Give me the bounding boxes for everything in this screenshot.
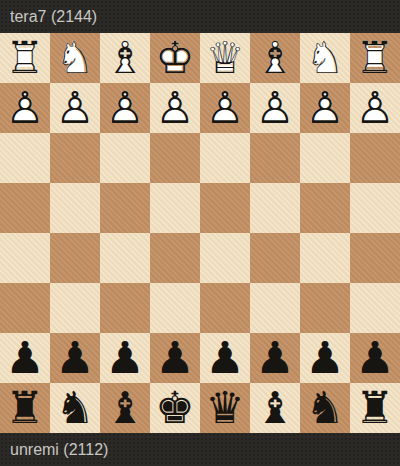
square-a1[interactable]: ♜♖ <box>350 33 400 83</box>
white-queen[interactable]: ♛♕ <box>200 33 250 83</box>
square-d4[interactable] <box>200 183 250 233</box>
top-player-bar: tera7 (2144) <box>0 0 400 33</box>
square-e6[interactable] <box>150 283 200 333</box>
piece-outline-glyph: ♙ <box>200 83 250 133</box>
square-e4[interactable] <box>150 183 200 233</box>
square-a8[interactable]: ♜ <box>350 383 400 433</box>
black-knight[interactable]: ♞ <box>50 383 100 433</box>
square-d8[interactable]: ♛ <box>200 383 250 433</box>
square-c6[interactable] <box>250 283 300 333</box>
square-c1[interactable]: ♝♗ <box>250 33 300 83</box>
square-f7[interactable]: ♟ <box>100 333 150 383</box>
piece-glyph: ♝ <box>250 383 300 433</box>
piece-outline-glyph: ♙ <box>150 83 200 133</box>
piece-glyph: ♞ <box>50 383 100 433</box>
square-h4[interactable] <box>0 183 50 233</box>
square-c8[interactable]: ♝ <box>250 383 300 433</box>
black-pawn[interactable]: ♟ <box>250 333 300 383</box>
piece-outline-glyph: ♙ <box>0 83 50 133</box>
white-knight[interactable]: ♞♘ <box>300 33 350 83</box>
piece-outline-glyph: ♗ <box>100 33 150 83</box>
piece-outline-glyph: ♗ <box>250 33 300 83</box>
piece-outline-glyph: ♙ <box>50 83 100 133</box>
square-e5[interactable] <box>150 233 200 283</box>
square-f8[interactable]: ♝ <box>100 383 150 433</box>
piece-glyph: ♜ <box>0 383 50 433</box>
white-rook[interactable]: ♜♖ <box>0 33 50 83</box>
square-f4[interactable] <box>100 183 150 233</box>
piece-outline-glyph: ♙ <box>300 83 350 133</box>
square-a3[interactable] <box>350 133 400 183</box>
square-b6[interactable] <box>300 283 350 333</box>
square-g6[interactable] <box>50 283 100 333</box>
piece-outline-glyph: ♖ <box>350 33 400 83</box>
square-c5[interactable] <box>250 233 300 283</box>
square-g4[interactable] <box>50 183 100 233</box>
white-bishop[interactable]: ♝♗ <box>250 33 300 83</box>
square-d5[interactable] <box>200 233 250 283</box>
square-e3[interactable] <box>150 133 200 183</box>
square-h1[interactable]: ♜♖ <box>0 33 50 83</box>
bottom-player-name: unremi (2112) <box>10 441 108 459</box>
piece-glyph: ♟ <box>300 333 350 383</box>
square-a5[interactable] <box>350 233 400 283</box>
square-b1[interactable]: ♞♘ <box>300 33 350 83</box>
square-a2[interactable]: ♟♙ <box>350 83 400 133</box>
piece-outline-glyph: ♔ <box>150 33 200 83</box>
piece-glyph: ♟ <box>150 333 200 383</box>
square-a7[interactable]: ♟ <box>350 333 400 383</box>
piece-glyph: ♟ <box>350 333 400 383</box>
white-pawn[interactable]: ♟♙ <box>50 83 100 133</box>
white-pawn[interactable]: ♟♙ <box>200 83 250 133</box>
square-b5[interactable] <box>300 233 350 283</box>
white-pawn[interactable]: ♟♙ <box>0 83 50 133</box>
chess-board[interactable]: ♜♖♞♘♝♗♚♔♛♕♝♗♞♘♜♖♟♙♟♙♟♙♟♙♟♙♟♙♟♙♟♙♟♟♟♟♟♟♟♟… <box>0 33 400 433</box>
square-h3[interactable] <box>0 133 50 183</box>
square-b3[interactable] <box>300 133 350 183</box>
square-f1[interactable]: ♝♗ <box>100 33 150 83</box>
square-a6[interactable] <box>350 283 400 333</box>
piece-outline-glyph: ♖ <box>0 33 50 83</box>
square-g5[interactable] <box>50 233 100 283</box>
black-queen[interactable]: ♛ <box>200 383 250 433</box>
square-e2[interactable]: ♟♙ <box>150 83 200 133</box>
square-g7[interactable]: ♟ <box>50 333 100 383</box>
square-d6[interactable] <box>200 283 250 333</box>
piece-outline-glyph: ♘ <box>50 33 100 83</box>
square-c3[interactable] <box>250 133 300 183</box>
square-a4[interactable] <box>350 183 400 233</box>
white-pawn[interactable]: ♟♙ <box>150 83 200 133</box>
piece-outline-glyph: ♙ <box>250 83 300 133</box>
white-pawn[interactable]: ♟♙ <box>250 83 300 133</box>
white-bishop[interactable]: ♝♗ <box>100 33 150 83</box>
black-pawn[interactable]: ♟ <box>50 333 100 383</box>
white-pawn[interactable]: ♟♙ <box>300 83 350 133</box>
square-e7[interactable]: ♟ <box>150 333 200 383</box>
black-knight[interactable]: ♞ <box>300 383 350 433</box>
square-c7[interactable]: ♟ <box>250 333 300 383</box>
black-bishop[interactable]: ♝ <box>250 383 300 433</box>
square-e1[interactable]: ♚♔ <box>150 33 200 83</box>
black-bishop[interactable]: ♝ <box>100 383 150 433</box>
piece-glyph: ♟ <box>0 333 50 383</box>
square-c4[interactable] <box>250 183 300 233</box>
piece-outline-glyph: ♙ <box>100 83 150 133</box>
piece-glyph: ♟ <box>250 333 300 383</box>
white-rook[interactable]: ♜♖ <box>350 33 400 83</box>
square-d1[interactable]: ♛♕ <box>200 33 250 83</box>
square-d2[interactable]: ♟♙ <box>200 83 250 133</box>
square-e8[interactable]: ♚ <box>150 383 200 433</box>
black-pawn[interactable]: ♟ <box>300 333 350 383</box>
square-f5[interactable] <box>100 233 150 283</box>
square-d3[interactable] <box>200 133 250 183</box>
top-player-name: tera7 (2144) <box>10 8 97 26</box>
black-pawn[interactable]: ♟ <box>0 333 50 383</box>
square-h2[interactable]: ♟♙ <box>0 83 50 133</box>
piece-glyph: ♝ <box>100 383 150 433</box>
chess-game-window: tera7 (2144) ♜♖♞♘♝♗♚♔♛♕♝♗♞♘♜♖♟♙♟♙♟♙♟♙♟♙♟… <box>0 0 400 466</box>
black-rook[interactable]: ♜ <box>0 383 50 433</box>
square-h6[interactable] <box>0 283 50 333</box>
piece-glyph: ♚ <box>150 383 200 433</box>
black-rook[interactable]: ♜ <box>350 383 400 433</box>
piece-glyph: ♛ <box>200 383 250 433</box>
black-king[interactable]: ♚ <box>150 383 200 433</box>
piece-glyph: ♜ <box>350 383 400 433</box>
square-d7[interactable]: ♟ <box>200 333 250 383</box>
black-pawn[interactable]: ♟ <box>100 333 150 383</box>
white-knight[interactable]: ♞♘ <box>50 33 100 83</box>
piece-glyph: ♟ <box>100 333 150 383</box>
piece-outline-glyph: ♕ <box>200 33 250 83</box>
piece-glyph: ♟ <box>200 333 250 383</box>
square-g1[interactable]: ♞♘ <box>50 33 100 83</box>
piece-outline-glyph: ♙ <box>350 83 400 133</box>
black-pawn[interactable]: ♟ <box>350 333 400 383</box>
white-pawn[interactable]: ♟♙ <box>100 83 150 133</box>
square-b7[interactable]: ♟ <box>300 333 350 383</box>
piece-glyph: ♞ <box>300 383 350 433</box>
square-g8[interactable]: ♞ <box>50 383 100 433</box>
square-h5[interactable] <box>0 233 50 283</box>
square-f3[interactable] <box>100 133 150 183</box>
square-h8[interactable]: ♜ <box>0 383 50 433</box>
square-g3[interactable] <box>50 133 100 183</box>
white-pawn[interactable]: ♟♙ <box>350 83 400 133</box>
bottom-player-bar: unremi (2112) <box>0 433 400 466</box>
piece-outline-glyph: ♘ <box>300 33 350 83</box>
square-g2[interactable]: ♟♙ <box>50 83 100 133</box>
square-b2[interactable]: ♟♙ <box>300 83 350 133</box>
square-f6[interactable] <box>100 283 150 333</box>
square-h7[interactable]: ♟ <box>0 333 50 383</box>
black-pawn[interactable]: ♟ <box>150 333 200 383</box>
square-c2[interactable]: ♟♙ <box>250 83 300 133</box>
piece-glyph: ♟ <box>50 333 100 383</box>
black-pawn[interactable]: ♟ <box>200 333 250 383</box>
square-b8[interactable]: ♞ <box>300 383 350 433</box>
square-b4[interactable] <box>300 183 350 233</box>
white-king[interactable]: ♚♔ <box>150 33 200 83</box>
square-f2[interactable]: ♟♙ <box>100 83 150 133</box>
